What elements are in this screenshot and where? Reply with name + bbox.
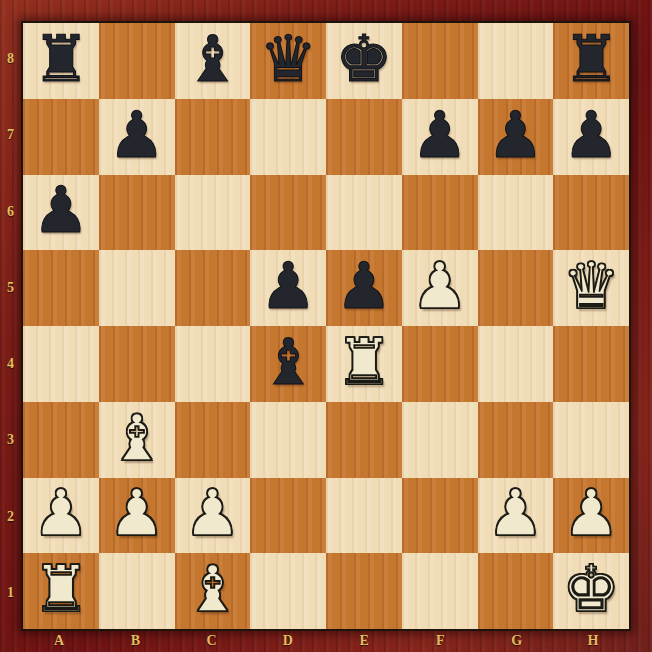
black-king-e8[interactable]: ♚ [335,27,392,91]
square-a3[interactable] [23,402,99,478]
black-pawn-e5[interactable]: ♟ [335,254,392,318]
file-label-f: F [402,630,478,652]
square-b4[interactable] [99,326,175,402]
square-f4[interactable] [402,326,478,402]
file-label-g: G [479,630,555,652]
white-pawn-g2[interactable]: ♟ [487,481,544,545]
square-d6[interactable] [250,175,326,251]
square-b1[interactable] [99,553,175,629]
square-a6[interactable]: ♟ [23,175,99,251]
square-h2[interactable]: ♟ [553,478,629,554]
white-rook-e4[interactable]: ♜ [335,330,392,394]
black-pawn-g7[interactable]: ♟ [487,103,544,167]
black-pawn-f7[interactable]: ♟ [411,103,468,167]
square-h4[interactable] [553,326,629,402]
square-g8[interactable] [478,23,554,99]
square-f3[interactable] [402,402,478,478]
square-d5[interactable]: ♟ [250,250,326,326]
square-e8[interactable]: ♚ [326,23,402,99]
square-e1[interactable] [326,553,402,629]
white-pawn-b2[interactable]: ♟ [108,481,165,545]
square-g5[interactable] [478,250,554,326]
square-h5[interactable]: ♛ [553,250,629,326]
rank-label-5: 5 [0,250,21,326]
square-c4[interactable] [175,326,251,402]
file-label-d: D [250,630,326,652]
square-d2[interactable] [250,478,326,554]
black-rook-h8[interactable]: ♜ [562,27,619,91]
black-pawn-a6[interactable]: ♟ [32,178,89,242]
white-bishop-b3[interactable]: ♝ [108,406,165,470]
file-label-c: C [174,630,250,652]
black-bishop-d4[interactable]: ♝ [259,330,316,394]
square-a8[interactable]: ♜ [23,23,99,99]
rank-label-4: 4 [0,326,21,402]
square-d4[interactable]: ♝ [250,326,326,402]
square-f7[interactable]: ♟ [402,99,478,175]
square-a2[interactable]: ♟ [23,478,99,554]
square-e4[interactable]: ♜ [326,326,402,402]
square-c2[interactable]: ♟ [175,478,251,554]
square-c6[interactable] [175,175,251,251]
black-queen-d8[interactable]: ♛ [259,27,316,91]
chess-app-window: ♜♝♛♚♜♟♟♟♟♟♟♟♟♛♝♜♝♟♟♟♟♟♜♝♚ 87654321 ABCDE… [0,0,652,652]
square-g2[interactable]: ♟ [478,478,554,554]
square-f8[interactable] [402,23,478,99]
rank-label-7: 7 [0,97,21,173]
square-b6[interactable] [99,175,175,251]
square-d1[interactable] [250,553,326,629]
black-pawn-d5[interactable]: ♟ [259,254,316,318]
square-e2[interactable] [326,478,402,554]
rank-label-8: 8 [0,21,21,97]
square-h7[interactable]: ♟ [553,99,629,175]
black-rook-a8[interactable]: ♜ [32,27,89,91]
square-a4[interactable] [23,326,99,402]
white-pawn-a2[interactable]: ♟ [32,481,89,545]
square-e5[interactable]: ♟ [326,250,402,326]
square-e6[interactable] [326,175,402,251]
white-king-h1[interactable]: ♚ [562,557,619,621]
square-b2[interactable]: ♟ [99,478,175,554]
square-c7[interactable] [175,99,251,175]
square-d3[interactable] [250,402,326,478]
black-pawn-b7[interactable]: ♟ [108,103,165,167]
chess-board: ♜♝♛♚♜♟♟♟♟♟♟♟♟♛♝♜♝♟♟♟♟♟♜♝♚ [21,21,631,631]
square-e3[interactable] [326,402,402,478]
file-label-h: H [555,630,631,652]
square-f1[interactable] [402,553,478,629]
rank-label-2: 2 [0,479,21,555]
square-b3[interactable]: ♝ [99,402,175,478]
file-label-a: A [21,630,97,652]
square-c1[interactable]: ♝ [175,553,251,629]
square-g4[interactable] [478,326,554,402]
white-queen-h5[interactable]: ♛ [562,254,619,318]
white-pawn-f5[interactable]: ♟ [411,254,468,318]
square-h3[interactable] [553,402,629,478]
square-g3[interactable] [478,402,554,478]
square-e7[interactable] [326,99,402,175]
rank-label-3: 3 [0,402,21,478]
square-g6[interactable] [478,175,554,251]
black-pawn-h7[interactable]: ♟ [562,103,619,167]
square-g1[interactable] [478,553,554,629]
square-a1[interactable]: ♜ [23,553,99,629]
rank-label-6: 6 [0,174,21,250]
square-f5[interactable]: ♟ [402,250,478,326]
square-a5[interactable] [23,250,99,326]
square-b5[interactable] [99,250,175,326]
square-g7[interactable]: ♟ [478,99,554,175]
square-h6[interactable] [553,175,629,251]
square-f2[interactable] [402,478,478,554]
square-h8[interactable]: ♜ [553,23,629,99]
square-d8[interactable]: ♛ [250,23,326,99]
square-c5[interactable] [175,250,251,326]
square-f6[interactable] [402,175,478,251]
square-a7[interactable] [23,99,99,175]
square-b8[interactable] [99,23,175,99]
file-label-b: B [97,630,173,652]
square-c8[interactable]: ♝ [175,23,251,99]
square-b7[interactable]: ♟ [99,99,175,175]
rank-label-1: 1 [0,555,21,631]
white-pawn-h2[interactable]: ♟ [562,481,619,545]
white-bishop-c1[interactable]: ♝ [184,557,241,621]
square-c3[interactable] [175,402,251,478]
square-d7[interactable] [250,99,326,175]
black-bishop-c8[interactable]: ♝ [184,27,241,91]
file-label-e: E [326,630,402,652]
white-rook-a1[interactable]: ♜ [32,557,89,621]
square-h1[interactable]: ♚ [553,553,629,629]
white-pawn-c2[interactable]: ♟ [184,481,241,545]
